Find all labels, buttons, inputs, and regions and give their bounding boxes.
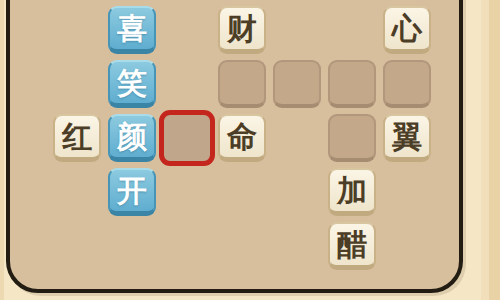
empty-slot[interactable]: [328, 114, 376, 162]
tile-character: 加: [337, 176, 367, 206]
selected-empty-slot[interactable]: [159, 110, 215, 166]
tile-character: 命: [227, 122, 257, 152]
fixed-letter-tile: 加: [328, 168, 376, 216]
tile-character: 醋: [337, 230, 367, 260]
tile-character: 喜: [117, 14, 147, 44]
tile-character: 心: [392, 14, 422, 44]
fixed-letter-tile: 红: [53, 114, 101, 162]
empty-slot[interactable]: [328, 60, 376, 108]
fixed-letter-tile: 醋: [328, 222, 376, 270]
tile-character: 颜: [117, 122, 147, 152]
placed-letter-tile[interactable]: 喜: [108, 6, 156, 54]
background-left-strip: [0, 0, 4, 300]
placed-letter-tile[interactable]: 笑: [108, 60, 156, 108]
placed-letter-tile[interactable]: 颜: [108, 114, 156, 162]
tile-character: 笑: [117, 68, 147, 98]
crossword-grid: 喜财心笑红颜命翼开加醋: [53, 6, 431, 270]
fixed-letter-tile: 心: [383, 6, 431, 54]
tile-character: 开: [117, 176, 147, 206]
empty-slot[interactable]: [383, 60, 431, 108]
empty-slot[interactable]: [218, 60, 266, 108]
puzzle-board: 喜财心笑红颜命翼开加醋: [6, 0, 463, 293]
background-right-strip-soft: [481, 0, 489, 300]
empty-slot[interactable]: [273, 60, 321, 108]
game-screen: 喜财心笑红颜命翼开加醋: [0, 0, 500, 300]
tile-character: 翼: [392, 122, 422, 152]
tile-character: 红: [62, 122, 92, 152]
background-right-strip: [489, 0, 500, 300]
fixed-letter-tile: 翼: [383, 114, 431, 162]
fixed-letter-tile: 财: [218, 6, 266, 54]
tile-character: 财: [227, 14, 257, 44]
placed-letter-tile[interactable]: 开: [108, 168, 156, 216]
fixed-letter-tile: 命: [218, 114, 266, 162]
